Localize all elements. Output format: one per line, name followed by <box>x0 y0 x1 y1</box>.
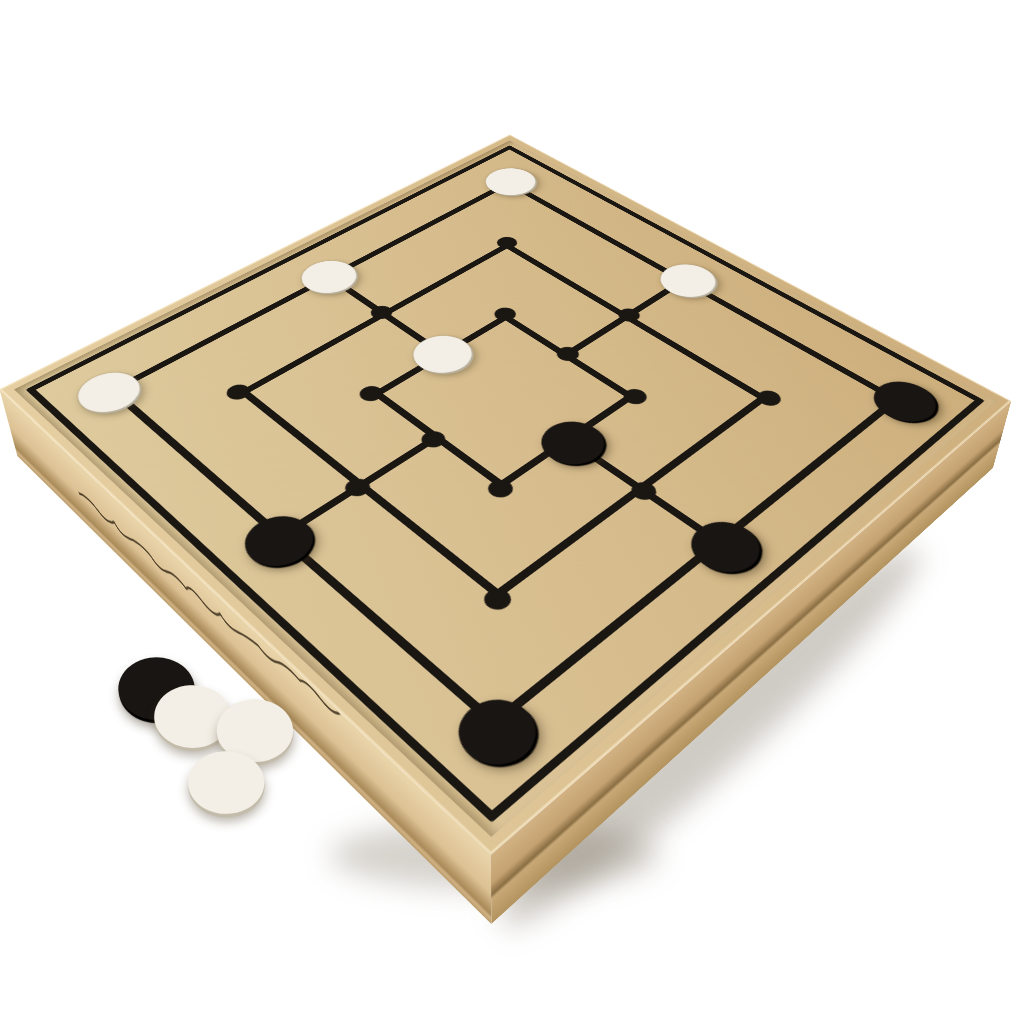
wooden-box: ●●●●●●●●●● <box>17 195 993 924</box>
point-b6[interactable] <box>173 350 305 437</box>
point-b2[interactable] <box>420 542 575 661</box>
point-g7[interactable]: ● <box>454 152 563 211</box>
point-a1[interactable]: ● <box>410 661 579 803</box>
point-f2[interactable] <box>702 356 835 444</box>
point-f6[interactable] <box>449 211 565 277</box>
white-piece-glyph: ● <box>181 734 272 818</box>
point-g1[interactable]: ● <box>835 357 968 445</box>
